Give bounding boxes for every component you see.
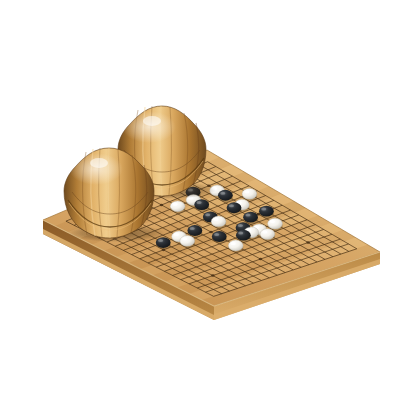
stone-highlight [172, 203, 177, 206]
black-stone[interactable] [212, 231, 227, 242]
stone-highlight [261, 208, 266, 211]
white-stone[interactable] [260, 229, 275, 240]
stone-highlight [245, 214, 250, 217]
black-stone[interactable] [218, 190, 233, 201]
black-stone[interactable] [243, 212, 258, 223]
stone-highlight [220, 192, 225, 195]
product-photo [0, 0, 400, 400]
hoshi-point [209, 231, 212, 234]
white-stone[interactable] [268, 218, 283, 229]
stone-highlight [213, 218, 218, 221]
stone-highlight [214, 233, 219, 236]
hoshi-point [160, 204, 163, 207]
black-stone[interactable] [156, 237, 171, 248]
stone-highlight [205, 213, 210, 216]
black-stone[interactable] [227, 202, 242, 213]
white-stone[interactable] [211, 216, 226, 227]
stone-highlight [262, 230, 267, 233]
bowl-highlight [143, 116, 161, 126]
white-stone[interactable] [242, 188, 257, 199]
stone-highlight [238, 224, 243, 227]
white-stone[interactable] [228, 240, 243, 251]
black-stone[interactable] [259, 206, 274, 217]
white-stone[interactable] [170, 201, 185, 212]
stone-highlight [229, 204, 234, 207]
bowl-highlight [90, 158, 108, 168]
stone-highlight [196, 201, 201, 204]
stone-highlight [190, 227, 195, 230]
hoshi-point [306, 241, 309, 244]
hoshi-point [259, 258, 262, 261]
stone-highlight [238, 232, 243, 235]
stone-highlight [270, 220, 275, 223]
stone-highlight [174, 233, 179, 236]
bowl-sheen [69, 153, 123, 185]
stone-highlight [158, 239, 163, 242]
black-stone[interactable] [236, 230, 251, 241]
stone-highlight [244, 190, 249, 193]
black-stone[interactable] [187, 225, 202, 236]
hoshi-point [211, 274, 214, 277]
stone-highlight [182, 237, 187, 240]
stone-highlight [231, 242, 236, 245]
black-stone[interactable] [194, 199, 209, 210]
go-scene [0, 0, 400, 400]
white-stone[interactable] [180, 236, 195, 247]
bowl-sheen [122, 111, 176, 143]
